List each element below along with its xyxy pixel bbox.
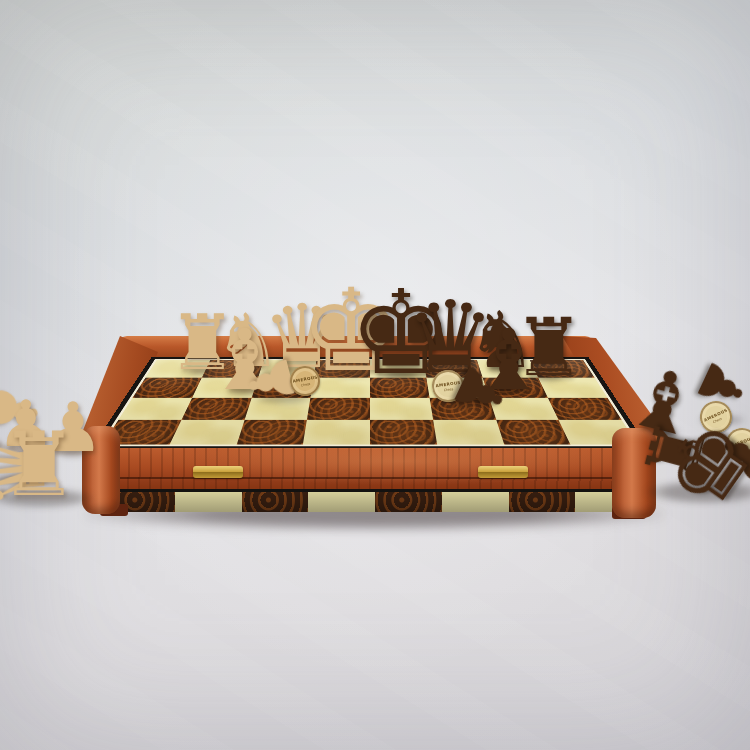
stamp-chess-text: Chess [300, 381, 310, 387]
front-strip-square-7 [509, 492, 576, 512]
board-square-a3 [119, 397, 193, 419]
chess-set-photo: ♜♞♛♚♚♛♞♜♝♝♟♟♟♟♛♟♜♝♟♜♟♚AMEROUSChessAMEROU… [0, 0, 750, 750]
white-rook-piece: ♜ [0, 421, 78, 509]
front-strip-square-2 [175, 492, 242, 512]
brass-hinge-left [193, 466, 243, 478]
board-square-h3 [548, 397, 622, 419]
brass-hinge-right [478, 466, 528, 478]
board-square-c4 [236, 420, 307, 445]
board-square-b4 [169, 420, 244, 445]
board-square-e4 [370, 420, 437, 445]
front-strip-square-5 [375, 492, 442, 512]
front-strip-square-4 [308, 492, 375, 512]
front-strip-square-3 [242, 492, 309, 512]
board-square-d4 [303, 420, 370, 445]
board-square-g4 [496, 420, 571, 445]
box-front-face [95, 448, 655, 492]
front-strip-square-6 [442, 492, 509, 512]
front-checkered-strip [108, 492, 642, 512]
board-square-d3 [307, 397, 370, 419]
board-square-e3 [370, 397, 433, 419]
